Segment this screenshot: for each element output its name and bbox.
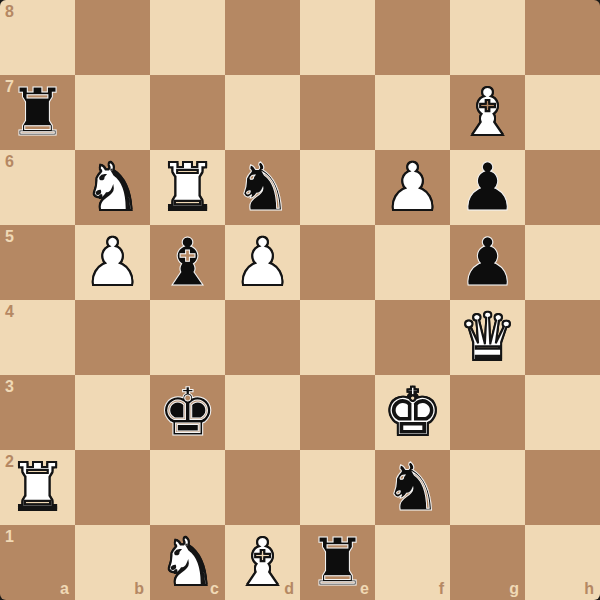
square-f3[interactable]: ♚ [375, 375, 450, 450]
rank-label-8: 8 [5, 4, 14, 20]
black-rook-e1[interactable]: ♜ [308, 525, 367, 600]
square-h1[interactable]: h [525, 525, 600, 600]
square-e8[interactable] [300, 0, 375, 75]
rank-label-2: 2 [5, 454, 14, 470]
square-d4[interactable] [225, 300, 300, 375]
square-e4[interactable] [300, 300, 375, 375]
rank-label-5: 5 [5, 229, 14, 245]
black-knight-f2[interactable]: ♞ [383, 450, 442, 525]
square-e5[interactable] [300, 225, 375, 300]
square-a6[interactable]: 6 [0, 150, 75, 225]
square-b6[interactable]: ♞ [75, 150, 150, 225]
square-c5[interactable]: ♝ [150, 225, 225, 300]
square-b4[interactable] [75, 300, 150, 375]
square-g1[interactable]: g [450, 525, 525, 600]
square-a4[interactable]: 4 [0, 300, 75, 375]
square-a7[interactable]: 7♜ [0, 75, 75, 150]
square-f5[interactable] [375, 225, 450, 300]
file-label-g: g [509, 581, 519, 597]
chess-board: 87♜♝6♞♜♞♟♟5♟♝♟♟4♛3♚♚2♜♞1abc♞d♝e♜fgh [0, 0, 600, 600]
square-a8[interactable]: 8 [0, 0, 75, 75]
white-knight-c1[interactable]: ♞ [158, 525, 217, 600]
white-king-f3[interactable]: ♚ [383, 375, 442, 450]
rank-label-3: 3 [5, 379, 14, 395]
black-knight-d6[interactable]: ♞ [233, 150, 292, 225]
square-c2[interactable] [150, 450, 225, 525]
square-g5[interactable]: ♟ [450, 225, 525, 300]
square-c4[interactable] [150, 300, 225, 375]
square-b1[interactable]: b [75, 525, 150, 600]
white-pawn-d5[interactable]: ♟ [233, 225, 292, 300]
square-b7[interactable] [75, 75, 150, 150]
black-king-c3[interactable]: ♚ [158, 375, 217, 450]
square-c7[interactable] [150, 75, 225, 150]
square-h5[interactable] [525, 225, 600, 300]
white-bishop-d1[interactable]: ♝ [233, 525, 292, 600]
square-c3[interactable]: ♚ [150, 375, 225, 450]
rank-label-6: 6 [5, 154, 14, 170]
square-g7[interactable]: ♝ [450, 75, 525, 150]
black-rook-a7[interactable]: ♜ [8, 75, 67, 150]
square-a1[interactable]: 1a [0, 525, 75, 600]
square-h4[interactable] [525, 300, 600, 375]
square-e3[interactable] [300, 375, 375, 450]
square-c6[interactable]: ♜ [150, 150, 225, 225]
file-label-b: b [134, 581, 144, 597]
square-c8[interactable] [150, 0, 225, 75]
file-label-h: h [584, 581, 594, 597]
square-a2[interactable]: 2♜ [0, 450, 75, 525]
square-a5[interactable]: 5 [0, 225, 75, 300]
black-pawn-g5[interactable]: ♟ [458, 225, 517, 300]
white-queen-g4[interactable]: ♛ [458, 300, 517, 375]
square-h8[interactable] [525, 0, 600, 75]
square-e7[interactable] [300, 75, 375, 150]
square-a3[interactable]: 3 [0, 375, 75, 450]
white-knight-b6[interactable]: ♞ [83, 150, 142, 225]
black-bishop-c5[interactable]: ♝ [158, 225, 217, 300]
square-b2[interactable] [75, 450, 150, 525]
square-b8[interactable] [75, 0, 150, 75]
rank-label-4: 4 [5, 304, 14, 320]
square-e1[interactable]: e♜ [300, 525, 375, 600]
file-label-c: c [210, 581, 219, 597]
square-e2[interactable] [300, 450, 375, 525]
square-g8[interactable] [450, 0, 525, 75]
square-d8[interactable] [225, 0, 300, 75]
square-f6[interactable]: ♟ [375, 150, 450, 225]
square-d3[interactable] [225, 375, 300, 450]
square-c1[interactable]: c♞ [150, 525, 225, 600]
square-f1[interactable]: f [375, 525, 450, 600]
square-g3[interactable] [450, 375, 525, 450]
square-h2[interactable] [525, 450, 600, 525]
square-h3[interactable] [525, 375, 600, 450]
square-g6[interactable]: ♟ [450, 150, 525, 225]
square-d5[interactable]: ♟ [225, 225, 300, 300]
rank-label-7: 7 [5, 79, 14, 95]
square-d6[interactable]: ♞ [225, 150, 300, 225]
square-g4[interactable]: ♛ [450, 300, 525, 375]
square-g2[interactable] [450, 450, 525, 525]
rank-label-1: 1 [5, 529, 14, 545]
white-pawn-b5[interactable]: ♟ [83, 225, 142, 300]
file-label-e: e [360, 581, 369, 597]
square-e6[interactable] [300, 150, 375, 225]
file-label-d: d [284, 581, 294, 597]
white-bishop-g7[interactable]: ♝ [458, 75, 517, 150]
white-rook-c6[interactable]: ♜ [158, 150, 217, 225]
square-b3[interactable] [75, 375, 150, 450]
square-f7[interactable] [375, 75, 450, 150]
square-d2[interactable] [225, 450, 300, 525]
square-h6[interactable] [525, 150, 600, 225]
file-label-f: f [439, 581, 444, 597]
square-d1[interactable]: d♝ [225, 525, 300, 600]
black-pawn-g6[interactable]: ♟ [458, 150, 517, 225]
square-b5[interactable]: ♟ [75, 225, 150, 300]
file-label-a: a [60, 581, 69, 597]
square-f8[interactable] [375, 0, 450, 75]
square-h7[interactable] [525, 75, 600, 150]
square-f2[interactable]: ♞ [375, 450, 450, 525]
square-f4[interactable] [375, 300, 450, 375]
white-pawn-f6[interactable]: ♟ [383, 150, 442, 225]
square-d7[interactable] [225, 75, 300, 150]
white-rook-a2[interactable]: ♜ [8, 450, 67, 525]
